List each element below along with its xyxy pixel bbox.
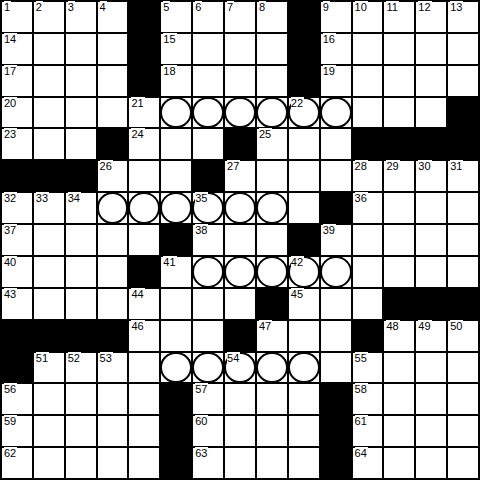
letter-cell-r13c11[interactable]: 61 xyxy=(353,416,383,446)
letter-cell-r14c8[interactable] xyxy=(257,448,287,478)
clue-number: 34 xyxy=(68,192,81,205)
letter-cell-r6c3[interactable] xyxy=(98,193,128,223)
letter-cell-r2c12[interactable] xyxy=(384,66,414,96)
letter-cell-r6c4[interactable] xyxy=(129,193,159,223)
clue-number: 58 xyxy=(355,383,368,396)
clue-number: 24 xyxy=(131,128,144,141)
letter-cell-r2c10[interactable]: 19 xyxy=(321,66,351,96)
black-cell-r4c14 xyxy=(448,129,478,159)
letter-cell-r4c1[interactable] xyxy=(34,129,64,159)
letter-cell-r14c3[interactable] xyxy=(98,448,128,478)
letter-cell-r1c1[interactable] xyxy=(34,34,64,64)
black-cell-r5c6 xyxy=(193,161,223,191)
letter-cell-r11c8[interactable] xyxy=(257,353,287,383)
circled-letter-marker xyxy=(224,97,256,129)
clue-number: 53 xyxy=(100,352,113,365)
clue-number: 4 xyxy=(100,1,107,14)
letter-cell-r4c2[interactable] xyxy=(66,129,96,159)
black-cell-r4c3 xyxy=(98,129,128,159)
letter-cell-r6c12[interactable] xyxy=(384,193,414,223)
letter-cell-r0c14[interactable]: 13 xyxy=(448,2,478,32)
letter-cell-r7c11[interactable] xyxy=(353,225,383,255)
clue-number: 16 xyxy=(323,33,336,46)
letter-cell-r5c10[interactable] xyxy=(321,161,351,191)
clue-number: 63 xyxy=(195,447,208,460)
clue-number: 54 xyxy=(227,352,240,365)
clue-number: 62 xyxy=(4,447,17,460)
letter-cell-r9c1[interactable] xyxy=(34,289,64,319)
letter-cell-r7c10[interactable]: 39 xyxy=(321,225,351,255)
letter-cell-r11c12[interactable] xyxy=(384,353,414,383)
letter-cell-r2c2[interactable] xyxy=(66,66,96,96)
letter-cell-r13c4[interactable] xyxy=(129,416,159,446)
letter-cell-r1c6[interactable] xyxy=(193,34,223,64)
letter-cell-r1c11[interactable] xyxy=(353,34,383,64)
clue-number: 15 xyxy=(163,33,176,46)
letter-cell-r9c2[interactable] xyxy=(66,289,96,319)
letter-cell-r4c9[interactable] xyxy=(289,129,319,159)
black-cell-r1c9 xyxy=(289,34,319,64)
letter-cell-r0c11[interactable]: 10 xyxy=(353,2,383,32)
clue-number: 44 xyxy=(131,288,144,301)
letter-cell-r13c6[interactable]: 60 xyxy=(193,416,223,446)
clue-number: 47 xyxy=(259,320,272,333)
clue-number: 57 xyxy=(195,383,208,396)
letter-cell-r11c5[interactable] xyxy=(161,353,191,383)
letter-cell-r9c10[interactable] xyxy=(321,289,351,319)
letter-cell-r10c9[interactable] xyxy=(289,321,319,351)
clue-number: 49 xyxy=(418,320,431,333)
letter-cell-r11c2[interactable]: 52 xyxy=(66,353,96,383)
black-cell-r5c2 xyxy=(66,161,96,191)
letter-cell-r5c4[interactable] xyxy=(129,161,159,191)
letter-cell-r13c9[interactable] xyxy=(289,416,319,446)
clue-number: 1 xyxy=(4,1,11,14)
letter-cell-r3c9[interactable]: 22 xyxy=(289,98,319,128)
letter-cell-r11c6[interactable] xyxy=(193,353,223,383)
clue-number: 13 xyxy=(450,1,463,14)
letter-cell-r7c6[interactable]: 38 xyxy=(193,225,223,255)
black-cell-r10c1 xyxy=(34,321,64,351)
letter-cell-r14c14[interactable] xyxy=(448,448,478,478)
black-cell-r10c0 xyxy=(2,321,32,351)
letter-cell-r7c4[interactable] xyxy=(129,225,159,255)
letter-cell-r11c9[interactable] xyxy=(289,353,319,383)
letter-cell-r7c3[interactable] xyxy=(98,225,128,255)
letter-cell-r0c2[interactable]: 3 xyxy=(66,2,96,32)
black-cell-r10c2 xyxy=(66,321,96,351)
black-cell-r10c3 xyxy=(98,321,128,351)
letter-cell-r8c7[interactable] xyxy=(225,257,255,287)
circled-letter-marker xyxy=(97,192,129,224)
letter-cell-r13c0[interactable]: 59 xyxy=(2,416,32,446)
letter-cell-r6c2[interactable]: 34 xyxy=(66,193,96,223)
clue-number: 36 xyxy=(355,192,368,205)
circled-letter-marker xyxy=(256,192,288,224)
letter-cell-r8c3[interactable] xyxy=(98,257,128,287)
letter-cell-r8c14[interactable] xyxy=(448,257,478,287)
letter-cell-r7c12[interactable] xyxy=(384,225,414,255)
clue-number: 10 xyxy=(355,1,368,14)
clue-number: 11 xyxy=(386,1,398,14)
clue-number: 61 xyxy=(355,415,368,428)
letter-cell-r10c10[interactable] xyxy=(321,321,351,351)
letter-cell-r3c6[interactable] xyxy=(193,98,223,128)
letter-cell-r2c5[interactable]: 18 xyxy=(161,66,191,96)
letter-cell-r14c9[interactable] xyxy=(289,448,319,478)
letter-cell-r1c12[interactable] xyxy=(384,34,414,64)
letter-cell-r11c1[interactable]: 51 xyxy=(34,353,64,383)
letter-cell-r2c3[interactable] xyxy=(98,66,128,96)
letter-cell-r10c5[interactable] xyxy=(161,321,191,351)
clue-number: 8 xyxy=(259,1,266,14)
letter-cell-r13c14[interactable] xyxy=(448,416,478,446)
letter-cell-r12c4[interactable] xyxy=(129,384,159,414)
circled-letter-marker xyxy=(160,97,192,129)
letter-cell-r11c7[interactable]: 54 xyxy=(225,353,255,383)
letter-cell-r6c14[interactable] xyxy=(448,193,478,223)
letter-cell-r3c0[interactable]: 20 xyxy=(2,98,32,128)
letter-cell-r8c13[interactable] xyxy=(416,257,446,287)
clue-number: 14 xyxy=(4,33,17,46)
letter-cell-r5c8[interactable] xyxy=(257,161,287,191)
clue-number: 32 xyxy=(4,192,17,205)
clue-number: 38 xyxy=(195,224,208,237)
black-cell-r2c9 xyxy=(289,66,319,96)
letter-cell-r8c2[interactable] xyxy=(66,257,96,287)
letter-cell-r8c9[interactable]: 42 xyxy=(289,257,319,287)
clue-number: 64 xyxy=(355,447,368,460)
letter-cell-r1c2[interactable] xyxy=(66,34,96,64)
letter-cell-r12c1[interactable] xyxy=(34,384,64,414)
letter-cell-r6c0[interactable]: 32 xyxy=(2,193,32,223)
black-cell-r4c12 xyxy=(384,129,414,159)
letter-cell-r2c6[interactable] xyxy=(193,66,223,96)
black-cell-r5c1 xyxy=(34,161,64,191)
letter-cell-r6c13[interactable] xyxy=(416,193,446,223)
letter-cell-r4c8[interactable]: 25 xyxy=(257,129,287,159)
letter-cell-r12c9[interactable] xyxy=(289,384,319,414)
circled-letter-marker xyxy=(320,97,352,129)
letter-cell-r14c13[interactable] xyxy=(416,448,446,478)
letter-cell-r4c6[interactable] xyxy=(193,129,223,159)
letter-cell-r6c11[interactable]: 36 xyxy=(353,193,383,223)
black-cell-r14c5 xyxy=(161,448,191,478)
letter-cell-r12c11[interactable]: 58 xyxy=(353,384,383,414)
letter-cell-r3c10[interactable] xyxy=(321,98,351,128)
clue-number: 33 xyxy=(36,192,49,205)
letter-cell-r5c12[interactable]: 29 xyxy=(384,161,414,191)
black-cell-r14c10 xyxy=(321,448,351,478)
letter-cell-r7c7[interactable] xyxy=(225,225,255,255)
letter-cell-r14c12[interactable] xyxy=(384,448,414,478)
circled-letter-marker xyxy=(192,97,224,129)
letter-cell-r0c5[interactable]: 5 xyxy=(161,2,191,32)
black-cell-r9c12 xyxy=(384,289,414,319)
circled-letter-marker xyxy=(192,256,224,288)
clue-number: 20 xyxy=(4,97,17,110)
clue-number: 28 xyxy=(355,160,368,173)
letter-cell-r14c7[interactable] xyxy=(225,448,255,478)
letter-cell-r5c13[interactable]: 30 xyxy=(416,161,446,191)
clue-number: 30 xyxy=(418,160,431,173)
clue-number: 18 xyxy=(163,65,176,78)
letter-cell-r0c8[interactable]: 8 xyxy=(257,2,287,32)
letter-cell-r13c3[interactable] xyxy=(98,416,128,446)
clue-number: 7 xyxy=(227,1,234,14)
clue-number: 12 xyxy=(418,1,431,14)
letter-cell-r12c14[interactable] xyxy=(448,384,478,414)
letter-cell-r4c10[interactable] xyxy=(321,129,351,159)
letter-cell-r14c2[interactable] xyxy=(66,448,96,478)
clue-number: 43 xyxy=(4,288,17,301)
letter-cell-r5c7[interactable]: 27 xyxy=(225,161,255,191)
black-cell-r12c10 xyxy=(321,384,351,414)
letter-cell-r0c10[interactable]: 9 xyxy=(321,2,351,32)
clue-number: 26 xyxy=(100,160,113,173)
letter-cell-r1c10[interactable]: 16 xyxy=(321,34,351,64)
clue-number: 42 xyxy=(291,256,304,269)
letter-cell-r2c11[interactable] xyxy=(353,66,383,96)
letter-cell-r2c0[interactable]: 17 xyxy=(2,66,32,96)
letter-cell-r13c2[interactable] xyxy=(66,416,96,446)
letter-cell-r6c7[interactable] xyxy=(225,193,255,223)
letter-cell-r8c0[interactable]: 40 xyxy=(2,257,32,287)
letter-cell-r3c4[interactable]: 21 xyxy=(129,98,159,128)
black-cell-r13c10 xyxy=(321,416,351,446)
letter-cell-r12c0[interactable]: 56 xyxy=(2,384,32,414)
letter-cell-r13c7[interactable] xyxy=(225,416,255,446)
clue-number: 31 xyxy=(450,160,463,173)
letter-cell-r7c1[interactable] xyxy=(34,225,64,255)
letter-cell-r9c7[interactable] xyxy=(225,289,255,319)
letter-cell-r9c9[interactable]: 45 xyxy=(289,289,319,319)
letter-cell-r11c13[interactable] xyxy=(416,353,446,383)
letter-cell-r3c13[interactable] xyxy=(416,98,446,128)
letter-cell-r14c0[interactable]: 62 xyxy=(2,448,32,478)
clue-number: 48 xyxy=(386,320,399,333)
circled-letter-marker xyxy=(128,192,160,224)
circled-letter-marker xyxy=(224,192,256,224)
letter-cell-r6c1[interactable]: 33 xyxy=(34,193,64,223)
letter-cell-r5c5[interactable] xyxy=(161,161,191,191)
letter-cell-r13c8[interactable] xyxy=(257,416,287,446)
letter-cell-r8c12[interactable] xyxy=(384,257,414,287)
letter-cell-r3c5[interactable] xyxy=(161,98,191,128)
circled-letter-marker xyxy=(256,97,288,129)
letter-cell-r14c11[interactable]: 64 xyxy=(353,448,383,478)
letter-cell-r11c4[interactable] xyxy=(129,353,159,383)
letter-cell-r4c5[interactable] xyxy=(161,129,191,159)
letter-cell-r10c8[interactable]: 47 xyxy=(257,321,287,351)
clue-number: 39 xyxy=(323,224,336,237)
letter-cell-r2c1[interactable] xyxy=(34,66,64,96)
letter-cell-r11c11[interactable]: 55 xyxy=(353,353,383,383)
clue-number: 45 xyxy=(291,288,304,301)
letter-cell-r7c0[interactable]: 37 xyxy=(2,225,32,255)
clue-number: 3 xyxy=(68,1,75,14)
clue-number: 56 xyxy=(4,383,17,396)
clue-number: 35 xyxy=(195,192,208,205)
letter-cell-r12c8[interactable] xyxy=(257,384,287,414)
letter-cell-r1c5[interactable]: 15 xyxy=(161,34,191,64)
black-cell-r11c0 xyxy=(2,353,32,383)
letter-cell-r14c4[interactable] xyxy=(129,448,159,478)
black-cell-r6c10 xyxy=(321,193,351,223)
black-cell-r12c5 xyxy=(161,384,191,414)
letter-cell-r11c14[interactable] xyxy=(448,353,478,383)
clue-number: 17 xyxy=(4,65,17,78)
letter-cell-r1c13[interactable] xyxy=(416,34,446,64)
letter-cell-r3c1[interactable] xyxy=(34,98,64,128)
letter-cell-r7c2[interactable] xyxy=(66,225,96,255)
letter-cell-r7c8[interactable] xyxy=(257,225,287,255)
letter-cell-r7c13[interactable] xyxy=(416,225,446,255)
clue-number: 2 xyxy=(36,1,43,14)
letter-cell-r11c10[interactable] xyxy=(321,353,351,383)
black-cell-r2c4 xyxy=(129,66,159,96)
clue-number: 59 xyxy=(4,415,17,428)
letter-cell-r1c0[interactable]: 14 xyxy=(2,34,32,64)
letter-cell-r0c12[interactable]: 11 xyxy=(384,2,414,32)
letter-cell-r13c13[interactable] xyxy=(416,416,446,446)
letter-cell-r10c4[interactable]: 46 xyxy=(129,321,159,351)
letter-cell-r10c13[interactable]: 49 xyxy=(416,321,446,351)
letter-cell-r1c3[interactable] xyxy=(98,34,128,64)
letter-cell-r6c6[interactable]: 35 xyxy=(193,193,223,223)
letter-cell-r3c11[interactable] xyxy=(353,98,383,128)
clue-number: 21 xyxy=(131,97,144,110)
letter-cell-r9c4[interactable]: 44 xyxy=(129,289,159,319)
letter-cell-r12c3[interactable] xyxy=(98,384,128,414)
clue-number: 19 xyxy=(323,65,336,78)
black-cell-r4c11 xyxy=(353,129,383,159)
clue-number: 40 xyxy=(4,256,17,269)
letter-cell-r7c14[interactable] xyxy=(448,225,478,255)
letter-cell-r0c3[interactable]: 4 xyxy=(98,2,128,32)
letter-cell-r9c5[interactable] xyxy=(161,289,191,319)
clue-number: 29 xyxy=(386,160,399,173)
black-cell-r9c8 xyxy=(257,289,287,319)
black-cell-r5c0 xyxy=(2,161,32,191)
letter-cell-r0c13[interactable]: 12 xyxy=(416,2,446,32)
clue-number: 5 xyxy=(163,1,170,14)
letter-cell-r0c7[interactable]: 7 xyxy=(225,2,255,32)
letter-cell-r8c10[interactable] xyxy=(321,257,351,287)
letter-cell-r0c0[interactable]: 1 xyxy=(2,2,32,32)
black-cell-r10c7 xyxy=(225,321,255,351)
letter-cell-r10c6[interactable] xyxy=(193,321,223,351)
letter-cell-r3c7[interactable] xyxy=(225,98,255,128)
letter-cell-r5c3[interactable]: 26 xyxy=(98,161,128,191)
letter-cell-r3c2[interactable] xyxy=(66,98,96,128)
letter-cell-r6c5[interactable] xyxy=(161,193,191,223)
letter-cell-r3c3[interactable] xyxy=(98,98,128,128)
clue-number: 51 xyxy=(36,352,49,365)
clue-number: 41 xyxy=(163,256,176,269)
letter-cell-r11c3[interactable]: 53 xyxy=(98,353,128,383)
black-cell-r1c4 xyxy=(129,34,159,64)
clue-number: 22 xyxy=(291,97,304,110)
letter-cell-r0c6[interactable]: 6 xyxy=(193,2,223,32)
letter-cell-r1c14[interactable] xyxy=(448,34,478,64)
black-cell-r7c9 xyxy=(289,225,319,255)
letter-cell-r5c11[interactable]: 28 xyxy=(353,161,383,191)
letter-cell-r6c8[interactable] xyxy=(257,193,287,223)
clue-number: 46 xyxy=(131,320,144,333)
circled-letter-marker xyxy=(256,352,288,384)
letter-cell-r9c0[interactable]: 43 xyxy=(2,289,32,319)
letter-cell-r8c1[interactable] xyxy=(34,257,64,287)
black-cell-r13c5 xyxy=(161,416,191,446)
circled-letter-marker xyxy=(160,352,192,384)
black-cell-r0c4 xyxy=(129,2,159,32)
clue-number: 60 xyxy=(195,415,208,428)
letter-cell-r3c12[interactable] xyxy=(384,98,414,128)
letter-cell-r14c1[interactable] xyxy=(34,448,64,478)
letter-cell-r13c12[interactable] xyxy=(384,416,414,446)
letter-cell-r5c9[interactable] xyxy=(289,161,319,191)
letter-cell-r1c7[interactable] xyxy=(225,34,255,64)
letter-cell-r2c14[interactable] xyxy=(448,66,478,96)
letter-cell-r3c8[interactable] xyxy=(257,98,287,128)
clue-number: 27 xyxy=(227,160,240,173)
letter-cell-r8c8[interactable] xyxy=(257,257,287,287)
letter-cell-r8c11[interactable] xyxy=(353,257,383,287)
circled-letter-marker xyxy=(224,256,256,288)
black-cell-r10c11 xyxy=(353,321,383,351)
letter-cell-r9c6[interactable] xyxy=(193,289,223,319)
crossword-board: 1234567891011121314151617181920212223242… xyxy=(0,0,480,480)
black-cell-r9c14 xyxy=(448,289,478,319)
letter-cell-r4c4[interactable]: 24 xyxy=(129,129,159,159)
clue-number: 9 xyxy=(323,1,330,14)
black-cell-r8c4 xyxy=(129,257,159,287)
letter-cell-r1c8[interactable] xyxy=(257,34,287,64)
letter-cell-r10c12[interactable]: 48 xyxy=(384,321,414,351)
letter-cell-r9c11[interactable] xyxy=(353,289,383,319)
letter-cell-r12c7[interactable] xyxy=(225,384,255,414)
letter-cell-r13c1[interactable] xyxy=(34,416,64,446)
letter-cell-r4c0[interactable]: 23 xyxy=(2,129,32,159)
letter-cell-r12c6[interactable]: 57 xyxy=(193,384,223,414)
letter-cell-r8c6[interactable] xyxy=(193,257,223,287)
black-cell-r7c5 xyxy=(161,225,191,255)
black-cell-r9c13 xyxy=(416,289,446,319)
letter-cell-r0c1[interactable]: 2 xyxy=(34,2,64,32)
letter-cell-r12c13[interactable] xyxy=(416,384,446,414)
circled-letter-marker xyxy=(320,256,352,288)
clue-number: 6 xyxy=(195,1,202,14)
letter-cell-r12c2[interactable] xyxy=(66,384,96,414)
letter-cell-r9c3[interactable] xyxy=(98,289,128,319)
letter-cell-r5c14[interactable]: 31 xyxy=(448,161,478,191)
black-cell-r3c14 xyxy=(448,98,478,128)
letter-cell-r6c9[interactable] xyxy=(289,193,319,223)
letter-cell-r10c14[interactable]: 50 xyxy=(448,321,478,351)
letter-cell-r14c6[interactable]: 63 xyxy=(193,448,223,478)
letter-cell-r2c13[interactable] xyxy=(416,66,446,96)
letter-cell-r2c7[interactable] xyxy=(225,66,255,96)
letter-cell-r2c8[interactable] xyxy=(257,66,287,96)
clue-number: 55 xyxy=(355,352,368,365)
letter-cell-r8c5[interactable]: 41 xyxy=(161,257,191,287)
letter-cell-r12c12[interactable] xyxy=(384,384,414,414)
black-cell-r0c9 xyxy=(289,2,319,32)
clue-number: 50 xyxy=(450,320,463,333)
circled-letter-marker xyxy=(256,256,288,288)
clue-number: 25 xyxy=(259,128,272,141)
